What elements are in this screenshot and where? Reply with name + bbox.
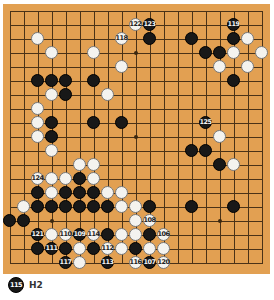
go-stone[interactable]	[101, 186, 114, 199]
go-stone[interactable]	[227, 74, 240, 87]
go-stone[interactable]	[31, 130, 44, 143]
go-stone[interactable]: 120	[157, 256, 170, 269]
go-stone[interactable]	[241, 32, 254, 45]
go-stone[interactable]	[45, 74, 58, 87]
go-stone[interactable]: 106	[157, 228, 170, 241]
go-stone[interactable]: 110	[59, 228, 72, 241]
go-stone[interactable]	[17, 200, 30, 213]
go-stone[interactable]	[115, 186, 128, 199]
hoshi-point	[134, 135, 138, 139]
go-stone[interactable]	[255, 46, 268, 59]
go-stone[interactable]	[199, 144, 212, 157]
go-stone[interactable]	[199, 46, 212, 59]
go-stone[interactable]	[115, 60, 128, 73]
hoshi-point	[134, 51, 138, 55]
go-stone[interactable]: 121	[31, 228, 44, 241]
go-stone[interactable]	[45, 130, 58, 143]
go-stone[interactable]	[129, 228, 142, 241]
go-stone[interactable]	[31, 200, 44, 213]
go-stone[interactable]	[115, 242, 128, 255]
go-stone[interactable]	[31, 242, 44, 255]
go-stone[interactable]	[31, 116, 44, 129]
go-stone[interactable]	[3, 214, 16, 227]
hoshi-point	[50, 219, 54, 223]
go-board[interactable]: 1221231191181251241081211101091141061111…	[3, 4, 270, 274]
go-stone[interactable]	[87, 74, 100, 87]
go-stone[interactable]	[59, 74, 72, 87]
go-stone[interactable]	[45, 172, 58, 185]
go-stone[interactable]	[213, 158, 226, 171]
go-stone[interactable]: 107	[143, 256, 156, 269]
go-stone[interactable]	[143, 242, 156, 255]
go-stone[interactable]	[73, 158, 86, 171]
go-stone[interactable]	[227, 32, 240, 45]
go-stone[interactable]	[213, 130, 226, 143]
go-stone[interactable]	[59, 172, 72, 185]
grid-line-vertical	[192, 11, 193, 264]
grid-line-vertical	[248, 11, 249, 264]
go-stone[interactable]	[31, 74, 44, 87]
go-stone[interactable]	[143, 228, 156, 241]
go-stone[interactable]	[227, 200, 240, 213]
go-stone[interactable]	[87, 200, 100, 213]
go-stone[interactable]	[87, 186, 100, 199]
go-stone[interactable]	[45, 200, 58, 213]
go-stone[interactable]: 125	[199, 116, 212, 129]
go-stone[interactable]	[31, 32, 44, 45]
go-stone[interactable]	[185, 144, 198, 157]
go-stone[interactable]	[185, 32, 198, 45]
go-stone[interactable]	[45, 144, 58, 157]
go-stone[interactable]: 112	[101, 242, 114, 255]
go-stone[interactable]	[45, 186, 58, 199]
go-stone[interactable]	[115, 228, 128, 241]
go-stone[interactable]	[59, 242, 72, 255]
go-stone[interactable]	[45, 46, 58, 59]
go-stone[interactable]	[45, 88, 58, 101]
go-stone[interactable]	[73, 242, 86, 255]
go-stone[interactable]	[227, 158, 240, 171]
go-stone[interactable]: 108	[143, 214, 156, 227]
go-stone[interactable]	[227, 46, 240, 59]
go-stone[interactable]: 124	[31, 172, 44, 185]
go-stone[interactable]	[143, 200, 156, 213]
go-stone[interactable]	[73, 186, 86, 199]
go-stone[interactable]	[115, 200, 128, 213]
go-stone[interactable]	[213, 60, 226, 73]
go-stone[interactable]: 122	[129, 18, 142, 31]
go-stone[interactable]: 116	[129, 256, 142, 269]
go-stone[interactable]	[129, 242, 142, 255]
hoshi-point	[218, 219, 222, 223]
go-stone[interactable]: 113	[101, 256, 114, 269]
go-stone[interactable]	[59, 186, 72, 199]
go-stone[interactable]	[73, 172, 86, 185]
go-stone[interactable]	[129, 214, 142, 227]
go-stone[interactable]	[59, 200, 72, 213]
go-stone[interactable]	[31, 102, 44, 115]
go-stone[interactable]: 114	[87, 228, 100, 241]
go-stone[interactable]	[87, 116, 100, 129]
go-stone[interactable]	[45, 116, 58, 129]
go-stone[interactable]: 119	[227, 18, 240, 31]
caption: 115 H2	[8, 276, 43, 294]
grid-line-vertical	[164, 11, 165, 264]
go-stone[interactable]: 109	[73, 228, 86, 241]
go-stone[interactable]	[17, 214, 30, 227]
go-stone[interactable]	[101, 200, 114, 213]
go-stone[interactable]	[59, 88, 72, 101]
go-stone[interactable]	[87, 172, 100, 185]
go-stone[interactable]	[87, 158, 100, 171]
go-stone[interactable]	[143, 32, 156, 45]
go-stone[interactable]	[101, 228, 114, 241]
go-stone[interactable]: 118	[115, 32, 128, 45]
go-stone[interactable]	[73, 256, 86, 269]
go-stone[interactable]	[73, 200, 86, 213]
go-stone[interactable]	[45, 228, 58, 241]
go-stone[interactable]	[87, 242, 100, 255]
grid-line-vertical	[178, 11, 179, 264]
go-stone[interactable]	[31, 186, 44, 199]
go-stone[interactable]	[213, 46, 226, 59]
caption-stone-icon: 115	[8, 277, 24, 293]
go-stone[interactable]	[157, 242, 170, 255]
go-stone[interactable]	[129, 200, 142, 213]
go-stone[interactable]	[185, 200, 198, 213]
go-stone[interactable]	[115, 116, 128, 129]
go-stone[interactable]	[87, 46, 100, 59]
go-stone[interactable]: 111	[45, 242, 58, 255]
go-stone[interactable]: 117	[59, 256, 72, 269]
go-stone[interactable]: 123	[143, 18, 156, 31]
go-stone[interactable]	[101, 88, 114, 101]
go-stone[interactable]	[241, 60, 254, 73]
caption-coordinate: H2	[29, 280, 43, 290]
